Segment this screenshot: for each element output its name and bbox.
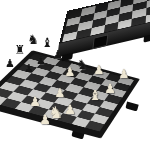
chess-piece-black-rook: ♜ [15,44,26,56]
chess-piece-black-pawn: ♟ [24,63,34,74]
chess-piece-black-bishop: ♝ [41,36,53,49]
chess-piece-white-bishop: ♝ [89,88,102,102]
chess-piece-white-pawn: ♟ [65,66,76,78]
chess-piece-black-knight: ♞ [27,33,39,46]
chess-set-product-photo: ♜♞♝♟♟♟♟♞♟♟♟♟♝♟♟♞♟♟ [0,0,150,150]
chess-piece-white-pawn: ♟ [104,82,116,95]
chess-piece-white-pawn: ♟ [94,64,105,76]
chess-piece-black-knight: ♞ [76,58,88,71]
chess-piece-white-pawn: ♟ [64,103,76,116]
chess-piece-white-pawn: ♟ [39,113,51,126]
pieces-layer: ♜♞♝♟♟♟♟♞♟♟♟♟♝♟♟♞♟♟ [0,0,150,150]
chess-piece-black-pawn: ♟ [53,49,63,60]
chess-piece-black-pawn: ♟ [5,58,15,69]
chess-piece-white-pawn: ♟ [29,95,41,108]
chess-piece-black-pawn: ♟ [36,55,46,66]
chess-piece-white-pawn: ♟ [119,68,130,80]
chess-piece-white-pawn: ♟ [55,87,66,99]
